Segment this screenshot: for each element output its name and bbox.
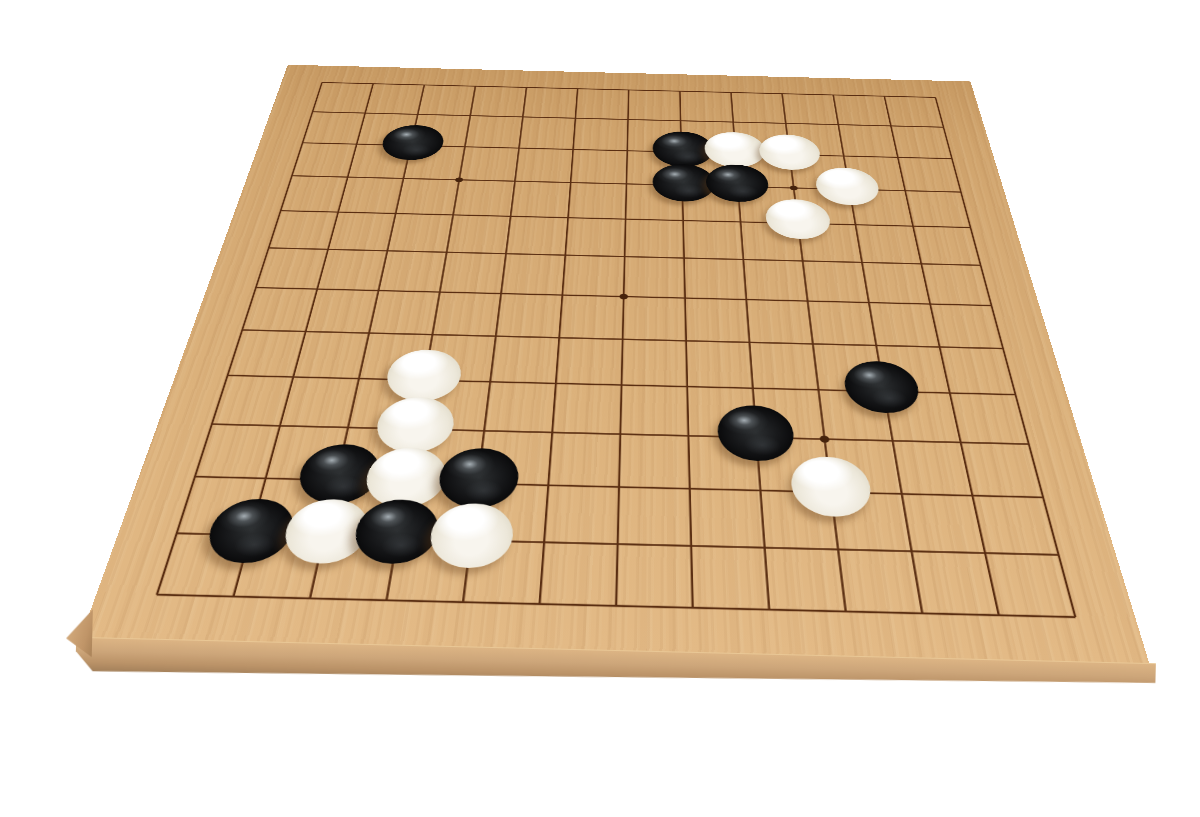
go-board [80,0,1176,665]
board-top-face[interactable] [80,65,1150,665]
grid-lines [80,65,1150,665]
photo-canvas [0,0,1200,817]
